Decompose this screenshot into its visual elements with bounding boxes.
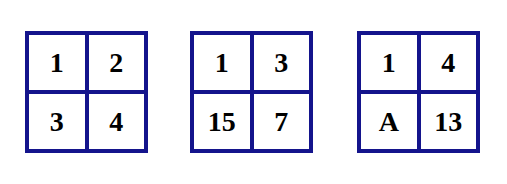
grid-2-cell-r2c1: 15 — [194, 94, 250, 149]
grid-1-cell-r2c2: 4 — [89, 94, 145, 149]
puzzle-grid-1: 1 2 3 4 — [25, 31, 148, 153]
puzzle-grid-3: 1 4 A 13 — [357, 31, 480, 153]
grid-3-cell-r2c1-unknown: A — [361, 94, 417, 149]
grid-1-cell-r2c1: 3 — [29, 94, 85, 149]
grid-1-cell-r1c1: 1 — [29, 35, 85, 90]
grid-2-cell-r1c1: 1 — [194, 35, 250, 90]
puzzle-canvas: 1 2 3 4 1 3 15 7 1 4 A 13 — [0, 0, 507, 184]
grid-2-cell-r2c2: 7 — [254, 94, 310, 149]
grid-1-cell-r1c2: 2 — [89, 35, 145, 90]
grid-2-cell-r1c2: 3 — [254, 35, 310, 90]
grid-3-cell-r2c2: 13 — [421, 94, 477, 149]
grid-3-cell-r1c1: 1 — [361, 35, 417, 90]
grid-3-cell-r1c2: 4 — [421, 35, 477, 90]
puzzle-grid-2: 1 3 15 7 — [190, 31, 313, 153]
